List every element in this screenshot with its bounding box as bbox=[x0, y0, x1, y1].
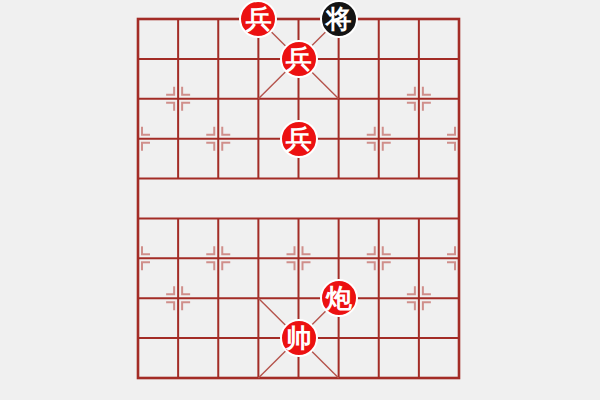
point-marker bbox=[222, 127, 230, 135]
point-marker bbox=[423, 103, 431, 111]
point-marker bbox=[447, 143, 455, 151]
piece-red-general[interactable]: 帅 bbox=[280, 319, 318, 357]
point-marker bbox=[142, 143, 150, 151]
point-marker bbox=[383, 143, 391, 151]
point-marker bbox=[407, 103, 415, 111]
piece-red-cannon[interactable]: 炮 bbox=[320, 279, 358, 317]
xiangqi-board[interactable]: 兵将兵兵炮帅 bbox=[0, 0, 600, 400]
point-marker bbox=[367, 262, 375, 270]
piece-red-soldier-3[interactable]: 兵 bbox=[280, 120, 318, 158]
point-marker bbox=[367, 127, 375, 135]
point-marker bbox=[182, 302, 190, 310]
point-marker bbox=[166, 103, 174, 111]
point-marker bbox=[383, 127, 391, 135]
point-marker bbox=[423, 302, 431, 310]
point-marker bbox=[222, 246, 230, 254]
point-marker bbox=[367, 143, 375, 151]
point-marker bbox=[142, 262, 150, 270]
point-marker bbox=[423, 286, 431, 294]
point-marker bbox=[287, 246, 295, 254]
point-marker bbox=[206, 127, 214, 135]
point-marker bbox=[166, 302, 174, 310]
point-marker bbox=[206, 143, 214, 151]
point-marker bbox=[447, 127, 455, 135]
point-marker bbox=[407, 302, 415, 310]
point-marker bbox=[447, 262, 455, 270]
point-marker bbox=[303, 262, 311, 270]
point-marker bbox=[222, 262, 230, 270]
point-marker bbox=[206, 262, 214, 270]
point-marker bbox=[142, 127, 150, 135]
point-marker bbox=[407, 286, 415, 294]
point-marker bbox=[383, 246, 391, 254]
point-marker bbox=[222, 143, 230, 151]
point-marker bbox=[182, 286, 190, 294]
point-marker bbox=[166, 286, 174, 294]
point-marker bbox=[142, 246, 150, 254]
point-marker bbox=[206, 246, 214, 254]
point-marker bbox=[303, 246, 311, 254]
point-marker bbox=[407, 87, 415, 95]
point-marker bbox=[182, 87, 190, 95]
point-marker bbox=[367, 246, 375, 254]
point-marker bbox=[166, 87, 174, 95]
piece-red-soldier-2[interactable]: 兵 bbox=[280, 40, 318, 78]
point-marker bbox=[287, 262, 295, 270]
point-marker bbox=[447, 246, 455, 254]
point-marker bbox=[182, 103, 190, 111]
point-marker bbox=[383, 262, 391, 270]
point-marker bbox=[423, 87, 431, 95]
piece-black-general[interactable]: 将 bbox=[320, 0, 358, 38]
